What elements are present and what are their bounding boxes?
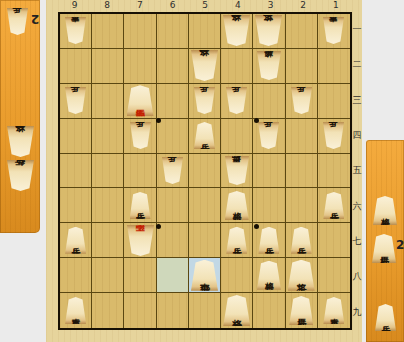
hand-gote-gold[interactable]: 金将 [7,126,34,157]
gote-bishop[interactable]: 角行 [7,160,34,191]
gote-gold[interactable]: 金将 [191,50,218,81]
square-34[interactable]: 歩兵 [253,119,285,154]
file-label-1: 1 [319,0,352,11]
square-35[interactable] [253,154,285,189]
hoshi-dot [254,118,259,123]
square-95[interactable] [60,154,92,189]
sente-pawn[interactable]: 歩兵 [65,227,86,254]
sente-pawn[interactable]: 歩兵 [130,192,151,219]
sente-rook[interactable]: 飛車 [191,260,218,291]
square-87[interactable] [92,223,124,258]
square-16[interactable]: 歩兵 [318,188,350,223]
square-52[interactable]: 金将 [189,49,221,84]
square-48[interactable] [221,258,253,293]
square-42[interactable] [221,49,253,84]
square-61[interactable] [157,14,189,49]
square-97[interactable]: 歩兵 [60,223,92,258]
gote-pawn[interactable]: 歩兵 [7,8,28,35]
hoshi-dot [254,224,259,229]
square-75[interactable] [124,154,156,189]
square-86[interactable] [92,188,124,223]
square-15[interactable] [318,154,350,189]
hoshi-dot [156,224,161,229]
file-label-5: 5 [189,0,222,11]
gote-pawn[interactable]: 歩兵 [194,87,215,114]
square-89[interactable] [92,293,124,328]
sente-knight[interactable]: 桂馬 [289,296,313,325]
rank-label-2: 二 [352,47,362,82]
hand-gote-pawn[interactable]: 歩兵 [7,8,28,35]
square-49[interactable]: 金将 [221,293,253,328]
square-32[interactable]: 銀将 [253,49,285,84]
sente-pawn[interactable]: 歩兵 [194,122,215,149]
rank-label-7: 七 [352,224,362,259]
square-96[interactable] [60,188,92,223]
square-24[interactable] [286,119,318,154]
sente-lance[interactable]: 香車 [65,297,86,324]
sente-king[interactable]: 玉将 [288,260,315,291]
square-77[interactable]: 龍王 [124,223,156,258]
square-76[interactable]: 歩兵 [124,188,156,223]
square-46[interactable]: 銀将 [221,188,253,223]
square-85[interactable] [92,154,124,189]
rank-label-8: 八 [352,259,362,294]
square-44[interactable] [221,119,253,154]
square-71[interactable] [124,14,156,49]
gote-gold[interactable]: 金将 [7,126,34,157]
file-label-4: 4 [221,0,254,11]
rank-label-3: 三 [352,83,362,118]
square-78[interactable] [124,258,156,293]
sente-gold[interactable]: 金将 [223,295,250,326]
square-68[interactable] [157,258,189,293]
rank-label-9: 九 [352,295,362,330]
hand-sente-knight[interactable]: 桂馬 [372,234,396,263]
gote-pawn[interactable]: 歩兵 [65,87,86,114]
square-99[interactable]: 香車 [60,293,92,328]
sente-silver[interactable]: 銀将 [373,196,397,225]
square-28[interactable]: 玉将 [286,258,318,293]
square-91[interactable]: 香車 [60,14,92,49]
hoshi-dot [156,118,161,123]
square-65[interactable]: 歩兵 [157,154,189,189]
square-59[interactable] [189,293,221,328]
square-74[interactable]: 歩兵 [124,119,156,154]
square-94[interactable] [60,119,92,154]
file-label-6: 6 [156,0,189,11]
square-51[interactable] [189,14,221,49]
square-88[interactable] [92,258,124,293]
gote-pawn[interactable]: 歩兵 [291,87,312,114]
sente-knight[interactable]: 桂馬 [372,234,396,263]
gote-pawn[interactable]: 歩兵 [226,87,247,114]
square-21[interactable] [286,14,318,49]
square-43[interactable]: 歩兵 [221,84,253,119]
square-81[interactable] [92,14,124,49]
square-39[interactable] [253,293,285,328]
square-27[interactable]: 歩兵 [286,223,318,258]
file-label-3: 3 [254,0,287,11]
sente-pawn[interactable]: 歩兵 [226,227,247,254]
sente-pawn[interactable]: 歩兵 [375,304,396,331]
square-17[interactable] [318,223,350,258]
rank-label-5: 五 [352,153,362,188]
gote-promoted-rook[interactable]: 龍王 [127,225,154,256]
gote-pawn[interactable]: 歩兵 [130,122,151,149]
square-14[interactable]: 歩兵 [318,119,350,154]
gote-pawn[interactable]: 歩兵 [162,157,183,184]
square-29[interactable]: 桂馬 [286,293,318,328]
square-31[interactable]: 王将 [253,14,285,49]
square-54[interactable]: 歩兵 [189,119,221,154]
shogi-board: 987654321 一二三四五六七八九 香車金将王将香車金将銀将歩兵龍馬歩兵歩兵… [46,0,362,342]
hand-sente-silver[interactable]: 銀将 [373,196,397,225]
hand-sente-pawn[interactable]: 歩兵 [375,304,396,331]
gote-silver[interactable]: 銀将 [257,51,281,80]
gote-lance[interactable]: 香車 [323,17,344,44]
square-37[interactable]: 歩兵 [253,223,285,258]
file-label-7: 7 [123,0,156,11]
square-33[interactable] [253,84,285,119]
square-84[interactable] [92,119,124,154]
gote-knight[interactable]: 桂馬 [225,156,249,185]
square-98[interactable] [60,258,92,293]
hand-gote-bishop[interactable]: 角行 [7,160,34,191]
square-13[interactable] [318,84,350,119]
square-93[interactable]: 歩兵 [60,84,92,119]
square-22[interactable] [286,49,318,84]
square-36[interactable] [253,188,285,223]
square-56[interactable] [189,188,221,223]
sente-silver[interactable]: 銀将 [225,191,249,220]
gote-gold[interactable]: 金将 [223,15,250,46]
square-79[interactable] [124,293,156,328]
square-12[interactable] [318,49,350,84]
square-62[interactable] [157,49,189,84]
square-83[interactable] [92,84,124,119]
square-19[interactable]: 香車 [318,293,350,328]
sente-promoted-bishop[interactable]: 龍馬 [127,85,154,116]
gote-lance[interactable]: 香車 [65,17,86,44]
gote-pawn[interactable]: 歩兵 [323,122,344,149]
file-label-9: 9 [58,0,91,11]
hand-count-gote-pawn: 2 [31,12,39,26]
sente-lance[interactable]: 香車 [323,297,344,324]
sente-silver[interactable]: 銀将 [257,261,281,290]
square-66[interactable] [157,188,189,223]
rank-label-1: 一 [352,12,362,47]
sente-pawn[interactable]: 歩兵 [258,227,279,254]
square-11[interactable]: 香車 [318,14,350,49]
sente-captured-pieces-stand: 銀将桂馬2歩兵 [366,140,404,342]
square-45[interactable]: 桂馬 [221,154,253,189]
hand-count-sente-knight: 2 [396,238,404,252]
rank-label-4: 四 [352,118,362,153]
file-label-8: 8 [91,0,124,11]
square-38[interactable]: 銀将 [253,258,285,293]
file-label-2: 2 [287,0,320,11]
square-25[interactable] [286,154,318,189]
gote-king[interactable]: 王将 [255,15,282,46]
square-26[interactable] [286,188,318,223]
square-55[interactable] [189,154,221,189]
square-82[interactable] [92,49,124,84]
square-18[interactable] [318,258,350,293]
square-47[interactable]: 歩兵 [221,223,253,258]
square-64[interactable] [157,119,189,154]
sente-pawn[interactable]: 歩兵 [291,227,312,254]
square-92[interactable] [60,49,92,84]
square-67[interactable] [157,223,189,258]
sente-pawn[interactable]: 歩兵 [323,192,344,219]
square-41[interactable]: 金将 [221,14,253,49]
gote-pawn[interactable]: 歩兵 [258,122,279,149]
shogi-app-screen: 歩兵2金将角行 987654321 一二三四五六七八九 香車金将王将香車金将銀将… [0,0,404,342]
square-23[interactable]: 歩兵 [286,84,318,119]
square-72[interactable] [124,49,156,84]
square-69[interactable] [157,293,189,328]
rank-label-6: 六 [352,189,362,224]
square-53[interactable]: 歩兵 [189,84,221,119]
gote-captured-pieces-stand: 歩兵2金将角行 [0,0,40,233]
square-58[interactable]: 飛車 [189,258,221,293]
board-grid: 香車金将王将香車金将銀将歩兵龍馬歩兵歩兵歩兵歩兵歩兵歩兵歩兵歩兵桂馬歩兵銀将歩兵… [58,12,352,330]
square-73[interactable]: 龍馬 [124,84,156,119]
square-57[interactable] [189,223,221,258]
square-63[interactable] [157,84,189,119]
